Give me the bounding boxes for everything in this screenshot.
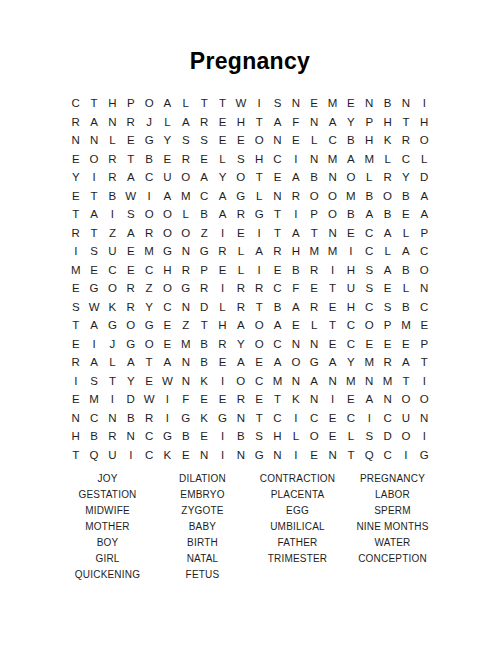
grid-cell: O (397, 427, 415, 446)
grid-cell: R (305, 298, 323, 317)
grid-cell: G (250, 205, 268, 224)
grid-cell: A (397, 242, 415, 261)
grid-cell: N (287, 335, 305, 354)
grid-cell: N (397, 94, 415, 113)
word-list-item: BOY (60, 534, 155, 550)
grid-cell: L (250, 187, 268, 206)
grid-cell: E (323, 409, 341, 428)
grid-cell: R (232, 205, 250, 224)
grid-cell: R (232, 279, 250, 298)
grid-cell: C (378, 446, 396, 465)
grid-cell: R (103, 427, 121, 446)
word-list-item: LABOR (345, 486, 440, 502)
grid-cell: N (378, 390, 396, 409)
grid-cell: T (195, 316, 213, 335)
grid-cell: M (323, 94, 341, 113)
word-search-page: Pregnancy CTHPOALTTWISNEMENBNIRANRJLAREH… (0, 0, 500, 647)
grid-cell: A (268, 113, 286, 132)
grid-cell: W (85, 298, 103, 317)
grid-cell: C (195, 187, 213, 206)
grid-cell: P (122, 94, 140, 113)
grid-cell: A (268, 316, 286, 335)
grid-cell: Y (140, 298, 158, 317)
word-list-item: NINE MONTHS (345, 518, 440, 534)
grid-cell: I (67, 242, 85, 261)
grid-cell: B (287, 261, 305, 280)
grid-cell: L (397, 224, 415, 243)
grid-cell: T (250, 298, 268, 317)
grid-cell: L (287, 427, 305, 446)
grid-cell: E (305, 446, 323, 465)
grid-cell: O (140, 94, 158, 113)
grid-cell: O (397, 390, 415, 409)
grid-cell: G (158, 427, 176, 446)
grid-cell: B (195, 353, 213, 372)
word-list-item: PREGNANCY (345, 470, 440, 486)
grid-cell: A (323, 113, 341, 132)
grid-cell: I (415, 372, 433, 391)
grid-cell: E (140, 372, 158, 391)
grid-cell: E (232, 131, 250, 150)
grid-cell: Y (342, 113, 360, 132)
grid-cell: R (140, 224, 158, 243)
grid-cell: I (287, 150, 305, 169)
grid-cell: M (67, 261, 85, 280)
grid-cell: H (232, 113, 250, 132)
grid-cell: E (67, 187, 85, 206)
grid-cell: E (250, 353, 268, 372)
grid-cell: I (360, 409, 378, 428)
grid-cell: N (360, 94, 378, 113)
grid-cell: K (195, 409, 213, 428)
grid-cell: G (415, 446, 433, 465)
grid-cell: E (342, 390, 360, 409)
grid-cell: A (213, 187, 231, 206)
grid-cell: Q (85, 446, 103, 465)
word-list-item: DILATION (155, 470, 250, 486)
grid-cell: C (140, 427, 158, 446)
grid-cell: G (177, 279, 195, 298)
grid-cell: P (305, 205, 323, 224)
grid-cell: Y (67, 168, 85, 187)
grid-cell: N (268, 187, 286, 206)
grid-cell: U (397, 409, 415, 428)
word-list-item: WATER (345, 534, 440, 550)
word-list-item: NATAL (155, 550, 250, 566)
grid-cell: I (213, 279, 231, 298)
grid-cell: T (213, 94, 231, 113)
grid-cell: L (103, 131, 121, 150)
grid-cell: I (85, 335, 103, 354)
grid-cell: B (268, 298, 286, 317)
grid-cell: T (250, 409, 268, 428)
grid-cell: R (232, 390, 250, 409)
grid-cell: A (232, 353, 250, 372)
grid-cell: A (360, 390, 378, 409)
grid-cell: O (415, 390, 433, 409)
grid-cell: I (250, 94, 268, 113)
grid-cell: I (140, 187, 158, 206)
grid-cell: C (67, 94, 85, 113)
grid-cell: Z (177, 316, 195, 335)
word-list-item: GESTATION (60, 486, 155, 502)
grid-cell: E (195, 427, 213, 446)
grid-cell: E (305, 94, 323, 113)
grid-cell: R (287, 187, 305, 206)
grid-cell: D (415, 168, 433, 187)
grid-cell: Y (158, 131, 176, 150)
grid-cell: O (287, 353, 305, 372)
grid-cell: T (342, 446, 360, 465)
grid-cell: E (232, 224, 250, 243)
grid-cell: L (232, 261, 250, 280)
grid-cell: I (213, 224, 231, 243)
grid-cell: C (158, 298, 176, 317)
grid-cell: C (415, 242, 433, 261)
grid-cell: B (342, 131, 360, 150)
grid-cell: I (213, 372, 231, 391)
grid-cell: G (232, 187, 250, 206)
grid-cell: E (122, 261, 140, 280)
grid-cell: O (158, 224, 176, 243)
grid-cell: P (360, 113, 378, 132)
grid-cell: S (378, 298, 396, 317)
grid-cell: C (140, 446, 158, 465)
grid-cell: P (378, 316, 396, 335)
grid-cell: A (232, 316, 250, 335)
grid-cell: L (397, 279, 415, 298)
grid-cell: P (415, 224, 433, 243)
word-list: JOYDILATIONCONTRACTIONPREGNANCYGESTATION… (60, 470, 440, 583)
grid-cell: M (177, 187, 195, 206)
word-list-item: FATHER (250, 534, 345, 550)
grid-cell: A (415, 187, 433, 206)
grid-cell: C (250, 372, 268, 391)
grid-cell: I (287, 409, 305, 428)
grid-cell: H (67, 427, 85, 446)
grid-cell: N (177, 298, 195, 317)
grid-cell: O (250, 335, 268, 354)
grid-cell: E (397, 205, 415, 224)
grid-cell: N (232, 446, 250, 465)
grid-cell: E (67, 150, 85, 169)
grid-cell: A (85, 205, 103, 224)
grid-cell: O (85, 150, 103, 169)
grid-cell: M (305, 242, 323, 261)
grid-cell: H (213, 316, 231, 335)
grid-cell: L (158, 113, 176, 132)
grid-cell: E (195, 390, 213, 409)
grid-cell: M (323, 242, 341, 261)
grid-cell: R (177, 261, 195, 280)
grid-cell: L (213, 150, 231, 169)
grid-cell: E (67, 335, 85, 354)
grid-cell: A (342, 150, 360, 169)
grid-cell: A (268, 353, 286, 372)
grid-cell: L (360, 168, 378, 187)
grid-cell: R (140, 409, 158, 428)
grid-cell: A (378, 224, 396, 243)
grid-cell: N (323, 168, 341, 187)
grid-cell: C (360, 224, 378, 243)
grid-cell: I (287, 205, 305, 224)
grid-cell: L (305, 316, 323, 335)
grid-cell: N (415, 279, 433, 298)
grid-cell: E (305, 279, 323, 298)
grid-cell: I (158, 390, 176, 409)
grid-cell: T (250, 113, 268, 132)
grid-cell: T (195, 94, 213, 113)
grid-cell: N (287, 372, 305, 391)
grid-cell: N (268, 446, 286, 465)
grid-cell: C (360, 242, 378, 261)
grid-cell: H (268, 427, 286, 446)
grid-cell: S (232, 150, 250, 169)
grid-cell: C (342, 316, 360, 335)
grid-cell: A (195, 168, 213, 187)
grid-cell: T (397, 113, 415, 132)
grid-cell: R (195, 113, 213, 132)
grid-cell: N (305, 335, 323, 354)
grid-cell: E (323, 298, 341, 317)
word-list-item: BABY (155, 518, 250, 534)
grid-cell: F (287, 113, 305, 132)
grid-cell: C (305, 409, 323, 428)
grid-cell: M (397, 316, 415, 335)
grid-cell: B (195, 205, 213, 224)
grid-cell: M (360, 150, 378, 169)
grid-cell: G (85, 279, 103, 298)
grid-cell: E (268, 261, 286, 280)
grid-cell: T (268, 390, 286, 409)
grid-cell: O (140, 205, 158, 224)
grid-cell: I (323, 261, 341, 280)
grid-cell: E (397, 335, 415, 354)
grid-cell: I (287, 446, 305, 465)
grid-cell: C (140, 168, 158, 187)
grid-cell: O (177, 168, 195, 187)
grid-cell: L (213, 298, 231, 317)
grid-cell: E (122, 131, 140, 150)
grid-cell: B (360, 187, 378, 206)
word-list-item: GIRL (60, 550, 155, 566)
grid-cell: N (195, 446, 213, 465)
grid-cell: R (122, 279, 140, 298)
grid-cell: E (287, 131, 305, 150)
grid-cell: Y (122, 372, 140, 391)
grid-cell: H (415, 113, 433, 132)
grid-cell: R (305, 261, 323, 280)
grid-cell: T (268, 224, 286, 243)
grid-cell: O (305, 187, 323, 206)
grid-cell: M (360, 353, 378, 372)
grid-cell: C (268, 409, 286, 428)
grid-cell: L (378, 150, 396, 169)
grid-cell: T (103, 372, 121, 391)
grid-cell: I (415, 427, 433, 446)
grid-cell: T (85, 187, 103, 206)
grid-cell: L (378, 242, 396, 261)
grid-cell: W (122, 187, 140, 206)
grid-cell: A (122, 353, 140, 372)
grid-cell: A (158, 94, 176, 113)
grid-cell: C (268, 279, 286, 298)
grid-cell: G (158, 242, 176, 261)
grid-cell: I (342, 242, 360, 261)
grid-cell: I (122, 446, 140, 465)
grid-cell: M (268, 372, 286, 391)
word-list-item: TRIMESTER (250, 550, 345, 566)
grid-cell: Y (342, 353, 360, 372)
grid-cell: L (103, 353, 121, 372)
grid-cell: H (103, 94, 121, 113)
word-list-item: QUICKENING (60, 567, 155, 583)
grid-cell: E (67, 279, 85, 298)
grid-cell: H (287, 242, 305, 261)
grid-cell: E (158, 316, 176, 335)
grid-cell: P (415, 335, 433, 354)
grid-cell: O (378, 187, 396, 206)
grid-cell: T (122, 150, 140, 169)
grid-cell: I (67, 372, 85, 391)
grid-cell: I (158, 409, 176, 428)
grid-cell: A (360, 205, 378, 224)
grid-cell: H (378, 113, 396, 132)
grid-cell: M (140, 242, 158, 261)
grid-cell: W (140, 390, 158, 409)
grid-cell: E (158, 335, 176, 354)
grid-cell: A (287, 298, 305, 317)
grid-cell: B (397, 261, 415, 280)
grid-cell: U (158, 168, 176, 187)
grid-cell: G (122, 335, 140, 354)
grid-cell: H (342, 261, 360, 280)
grid-cell: T (67, 205, 85, 224)
grid-cell: I (213, 427, 231, 446)
grid-cell: R (177, 150, 195, 169)
grid-cell: A (158, 353, 176, 372)
grid-cell: N (67, 131, 85, 150)
word-list-item: SPERM (345, 502, 440, 518)
grid-cell: M (85, 390, 103, 409)
grid-cell: M (342, 372, 360, 391)
grid-cell: R (213, 335, 231, 354)
grid-cell: C (103, 261, 121, 280)
grid-cell: Y (232, 335, 250, 354)
grid-cell: W (158, 372, 176, 391)
grid-cell: Z (195, 224, 213, 243)
grid-cell: I (250, 224, 268, 243)
grid-cell: N (232, 409, 250, 428)
grid-cell: Y (397, 168, 415, 187)
grid-cell: O (122, 316, 140, 335)
grid-cell: M (378, 372, 396, 391)
grid-cell: O (360, 316, 378, 335)
grid-cell: O (177, 224, 195, 243)
grid-cell: H (158, 261, 176, 280)
word-list-item: FETUS (155, 567, 250, 583)
grid-cell: A (287, 168, 305, 187)
grid-cell: I (250, 261, 268, 280)
grid-cell: T (268, 205, 286, 224)
grid-cell: I (415, 94, 433, 113)
grid-cell: N (287, 94, 305, 113)
grid-cell: C (140, 261, 158, 280)
word-list-item: JOY (60, 470, 155, 486)
grid-cell: C (415, 298, 433, 317)
grid-cell: R (122, 113, 140, 132)
grid-cell: R (103, 168, 121, 187)
grid-cell: A (158, 187, 176, 206)
grid-cell: N (305, 150, 323, 169)
grid-cell: T (323, 279, 341, 298)
grid-cell: G (250, 446, 268, 465)
grid-cell: H (342, 298, 360, 317)
grid-cell: R (250, 279, 268, 298)
grid-cell: E (378, 335, 396, 354)
grid-cell: O (305, 427, 323, 446)
word-list-item: MIDWIFE (60, 502, 155, 518)
grid-cell: O (415, 131, 433, 150)
grid-cell: H (360, 131, 378, 150)
grid-cell: E (287, 316, 305, 335)
grid-cell: A (415, 205, 433, 224)
grid-cell: K (103, 298, 121, 317)
grid-cell: T (397, 372, 415, 391)
grid-cell: A (85, 353, 103, 372)
grid-cell: O (158, 279, 176, 298)
grid-cell: K (195, 372, 213, 391)
grid-cell: A (85, 316, 103, 335)
grid-cell: B (140, 150, 158, 169)
grid-cell: R (67, 224, 85, 243)
grid-cell: B (232, 427, 250, 446)
grid-cell: C (268, 335, 286, 354)
grid-cell: F (177, 390, 195, 409)
grid-cell: B (122, 409, 140, 428)
grid-cell: G (140, 316, 158, 335)
grid-cell: B (305, 168, 323, 187)
word-list-item: EGG (250, 502, 345, 518)
grid-cell: N (177, 242, 195, 261)
grid-cell: I (85, 168, 103, 187)
grid-cell: F (287, 279, 305, 298)
grid-cell: N (415, 409, 433, 428)
grid-cell: I (213, 446, 231, 465)
grid-cell: N (103, 113, 121, 132)
grid-cell: B (85, 427, 103, 446)
grid-cell: H (250, 150, 268, 169)
grid-cell: G (177, 409, 195, 428)
grid-cell: B (378, 94, 396, 113)
grid-cell: A (122, 168, 140, 187)
grid-cell: U (103, 242, 121, 261)
grid-cell: O (415, 261, 433, 280)
grid-cell: E (213, 261, 231, 280)
grid-cell: K (378, 131, 396, 150)
grid-cell: C (323, 131, 341, 150)
grid-cell: E (158, 150, 176, 169)
grid-cell: T (323, 316, 341, 335)
grid-cell: E (342, 224, 360, 243)
grid-cell: E (213, 113, 231, 132)
word-list-item: EMBRYO (155, 486, 250, 502)
grid-cell: N (67, 409, 85, 428)
grid-cell: K (158, 446, 176, 465)
grid-cell: E (323, 335, 341, 354)
grid-cell: E (323, 427, 341, 446)
grid-cell: A (250, 242, 268, 261)
